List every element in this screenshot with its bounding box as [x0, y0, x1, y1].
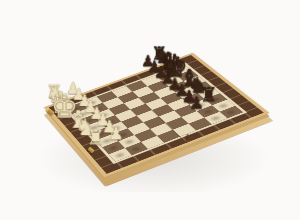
black-pawn[interactable]: ♟ — [189, 95, 204, 112]
product-photo: ♜♞♝♛♚♝♞♜♟♟♟♟♟♟♟♟♟♟♟♟♟♟♟♟♜♞♝♛♚♝♞♜ — [0, 0, 300, 220]
white-rook[interactable]: ♜ — [87, 127, 105, 147]
chess-board[interactable]: ♜♞♝♛♚♝♞♜♟♟♟♟♟♟♟♟♟♟♟♟♟♟♟♟♜♞♝♛♚♝♞♜ — [44, 53, 270, 178]
scene: ♜♞♝♛♚♝♞♜♟♟♟♟♟♟♟♟♟♟♟♟♟♟♟♟♜♞♝♛♚♝♞♜ — [0, 0, 300, 220]
white-pawn[interactable]: ♟ — [109, 125, 124, 142]
